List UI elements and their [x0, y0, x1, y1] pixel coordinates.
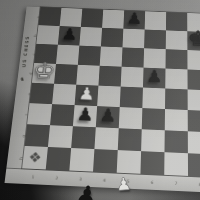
square [36, 25, 59, 45]
black-pawn-piece: ♟ [126, 10, 142, 26]
square: ♟ [58, 26, 81, 46]
square [50, 104, 75, 126]
square [117, 150, 141, 174]
square [121, 67, 144, 88]
square [71, 126, 96, 149]
square [48, 125, 73, 148]
square [142, 88, 165, 110]
square [25, 124, 50, 147]
rank-label: 6 [151, 180, 154, 185]
rank-label: 8 [199, 182, 200, 187]
white-pawn-piece: ♟ [78, 84, 96, 102]
black-king-piece: ♚ [187, 28, 200, 50]
square [102, 10, 124, 29]
square [188, 153, 200, 177]
square: ♚ [32, 63, 56, 84]
square [188, 89, 200, 111]
square [56, 45, 79, 65]
square [52, 84, 76, 105]
square [98, 66, 121, 87]
square [122, 47, 144, 67]
rank-label: 2 [55, 176, 58, 181]
square [79, 27, 102, 47]
square [140, 151, 164, 175]
square [141, 129, 165, 152]
square: ♟ [96, 106, 120, 128]
square [94, 127, 118, 150]
black-pawn-piece: ♟ [76, 105, 94, 123]
black-pawn-piece: ♟ [61, 26, 78, 42]
square [81, 9, 103, 28]
square: ❖ [22, 146, 48, 170]
photo-layer: US CHESS ♞ abcdefgh ♟♟♚♚♟♟♟♟❖ 12345678 ♟… [0, 0, 200, 200]
square [101, 28, 123, 48]
rank-label: 4 [103, 178, 106, 183]
square [187, 50, 200, 70]
us-chess-brand-text: US CHESS [21, 35, 30, 67]
square [165, 69, 187, 90]
square [188, 131, 200, 154]
square [30, 83, 54, 104]
square [119, 107, 143, 129]
square [188, 110, 200, 132]
square [145, 11, 167, 30]
black-pawn-piece: ♟ [146, 67, 163, 84]
us-chess-emblem-icon: ❖ [28, 150, 43, 165]
square [46, 147, 71, 171]
square [165, 109, 188, 131]
rank-label: 7 [175, 181, 178, 186]
square [54, 64, 78, 85]
square [120, 87, 143, 108]
square [100, 46, 123, 66]
chess-board: US CHESS ♞ abcdefgh ♟♟♚♚♟♟♟♟❖ 12345678 [5, 7, 200, 194]
square [93, 149, 118, 173]
square [78, 46, 101, 66]
square [165, 88, 188, 110]
board-squares: ♟♟♚♚♟♟♟♟❖ [22, 7, 200, 177]
square [144, 30, 166, 50]
square: ♟ [73, 105, 97, 127]
captured-white-pawn: ♟ [115, 175, 131, 193]
square [164, 130, 187, 153]
captured-black-pawn: ♟ [74, 181, 99, 200]
square [166, 30, 188, 50]
square [27, 103, 52, 125]
knight-icon: ♞ [20, 76, 26, 82]
square: ♚ [187, 31, 200, 51]
rank-label: 1 [31, 175, 34, 180]
square [118, 128, 142, 151]
black-pawn-piece: ♟ [99, 106, 117, 124]
square [122, 29, 144, 49]
square [142, 108, 165, 130]
square [164, 152, 188, 176]
square: ♟ [123, 10, 145, 29]
square [166, 12, 187, 31]
square [187, 69, 200, 90]
chess-board-photo: US CHESS ♞ abcdefgh ♟♟♚♚♟♟♟♟❖ 12345678 ♟… [0, 0, 200, 200]
white-king-piece: ♚ [32, 59, 56, 82]
square [165, 49, 187, 69]
square [38, 7, 61, 26]
square: ♟ [143, 68, 166, 89]
square [69, 148, 94, 172]
